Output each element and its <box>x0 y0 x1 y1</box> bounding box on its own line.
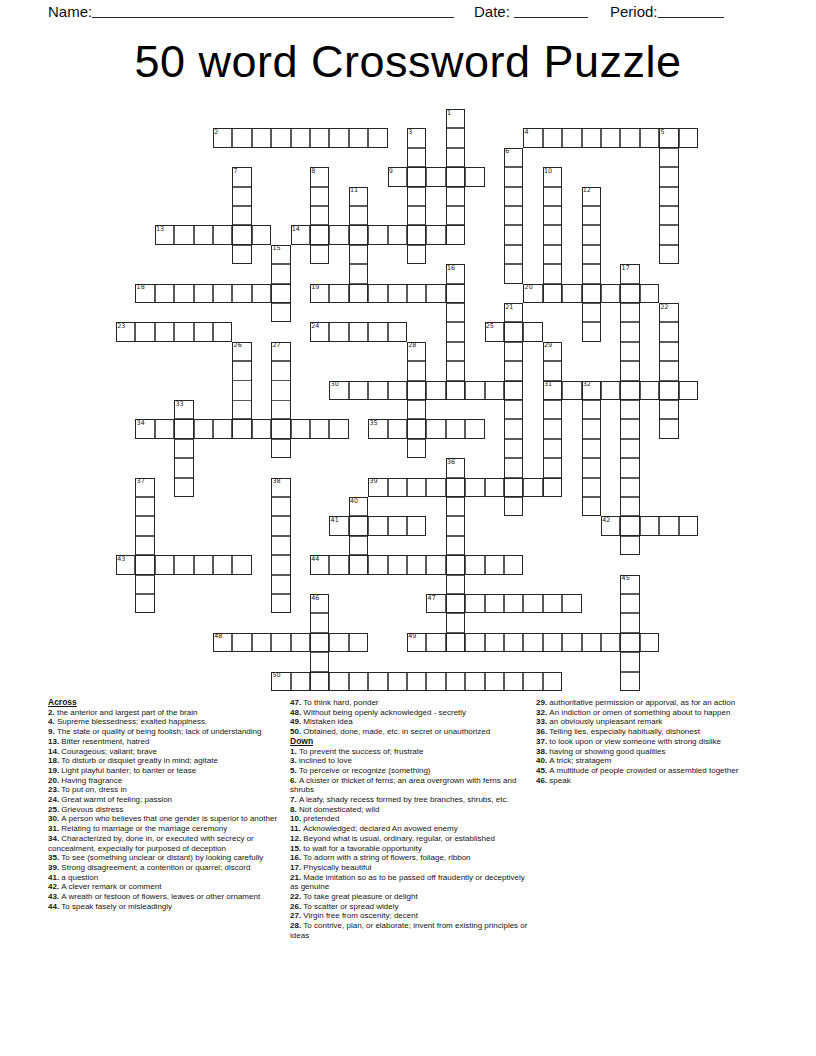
grid-cell-r21c29[interactable] <box>679 516 698 535</box>
grid-cell-r1c27[interactable] <box>640 128 659 147</box>
grid-cell-r18c26[interactable] <box>620 458 639 477</box>
grid-cell-r17c26[interactable] <box>620 439 639 458</box>
grid-cell-r21c26[interactable] <box>620 516 639 535</box>
grid-cell-r9c27[interactable] <box>640 284 659 303</box>
grid-cell-r16c5[interactable] <box>213 419 232 438</box>
grid-cell-r15c8[interactable] <box>271 400 290 419</box>
grid-cell-r9c22[interactable] <box>543 284 562 303</box>
grid-cell-r1c10[interactable] <box>310 128 329 147</box>
grid-cell-r22c8[interactable] <box>271 536 290 555</box>
grid-cell-r27c19[interactable] <box>485 633 504 652</box>
grid-cell-r21c28[interactable] <box>659 516 678 535</box>
grid-cell-r9c25[interactable] <box>601 284 620 303</box>
grid-cell-r19c20[interactable] <box>504 478 523 497</box>
grid-cell-r1c26[interactable] <box>620 128 639 147</box>
grid-cell-r19c22[interactable] <box>543 478 562 497</box>
grid-cell-r27c11[interactable] <box>329 633 348 652</box>
grid-cell-r27c10[interactable] <box>310 633 329 652</box>
grid-cell-r12c8[interactable] <box>271 342 290 361</box>
grid-cell-r20c12[interactable] <box>349 497 368 516</box>
grid-cell-r1c24[interactable] <box>582 128 601 147</box>
grid-cell-r20c26[interactable] <box>620 497 639 516</box>
grid-cell-r23c10[interactable] <box>310 555 329 574</box>
grid-cell-r21c12[interactable] <box>349 516 368 535</box>
grid-cell-r8c17[interactable] <box>446 264 465 283</box>
grid-cell-r14c15[interactable] <box>407 381 426 400</box>
grid-cell-r16c7[interactable] <box>252 419 271 438</box>
grid-cell-r7c8[interactable] <box>271 245 290 264</box>
grid-cell-r7c24[interactable] <box>582 245 601 264</box>
grid-cell-r8c20[interactable] <box>504 264 523 283</box>
grid-cell-r22c1[interactable] <box>135 536 154 555</box>
grid-cell-r7c15[interactable] <box>407 245 426 264</box>
grid-cell-r29c8[interactable] <box>271 672 290 691</box>
grid-cell-r9c11[interactable] <box>329 284 348 303</box>
grid-cell-r11c5[interactable] <box>213 322 232 341</box>
grid-cell-r2c15[interactable] <box>407 148 426 167</box>
grid-cell-r27c8[interactable] <box>271 633 290 652</box>
grid-cell-r12c22[interactable] <box>543 342 562 361</box>
grid-cell-r15c20[interactable] <box>504 400 523 419</box>
grid-cell-r14c23[interactable] <box>562 381 581 400</box>
grid-cell-r6c2[interactable] <box>155 225 174 244</box>
grid-cell-r24c8[interactable] <box>271 575 290 594</box>
grid-cell-r9c24[interactable] <box>582 284 601 303</box>
grid-cell-r12c15[interactable] <box>407 342 426 361</box>
grid-cell-r6c7[interactable] <box>252 225 271 244</box>
grid-cell-r7c22[interactable] <box>543 245 562 264</box>
grid-cell-r6c14[interactable] <box>388 225 407 244</box>
grid-cell-r27c20[interactable] <box>504 633 523 652</box>
grid-cell-r6c24[interactable] <box>582 225 601 244</box>
grid-cell-r19c1[interactable] <box>135 478 154 497</box>
grid-cell-r29c12[interactable] <box>349 672 368 691</box>
grid-cell-r4c22[interactable] <box>543 187 562 206</box>
grid-cell-r20c1[interactable] <box>135 497 154 516</box>
grid-cell-r23c5[interactable] <box>213 555 232 574</box>
grid-cell-r9c10[interactable] <box>310 284 329 303</box>
grid-cell-r1c6[interactable] <box>232 128 251 147</box>
grid-cell-r14c22[interactable] <box>543 381 562 400</box>
grid-cell-r1c11[interactable] <box>329 128 348 147</box>
grid-cell-r6c28[interactable] <box>659 225 678 244</box>
grid-cell-r3c10[interactable] <box>310 167 329 186</box>
grid-cell-r13c6[interactable] <box>232 361 251 380</box>
grid-cell-r22c26[interactable] <box>620 536 639 555</box>
grid-cell-r29c21[interactable] <box>523 672 542 691</box>
date-blank-line[interactable] <box>514 17 588 18</box>
grid-cell-r14c24[interactable] <box>582 381 601 400</box>
grid-cell-r24c1[interactable] <box>135 575 154 594</box>
grid-cell-r19c3[interactable] <box>174 478 193 497</box>
grid-cell-r21c14[interactable] <box>388 516 407 535</box>
grid-cell-r7c28[interactable] <box>659 245 678 264</box>
grid-cell-r14c25[interactable] <box>601 381 620 400</box>
grid-cell-r27c16[interactable] <box>426 633 445 652</box>
grid-cell-r11c3[interactable] <box>174 322 193 341</box>
grid-cell-r26c26[interactable] <box>620 613 639 632</box>
grid-cell-r21c25[interactable] <box>601 516 620 535</box>
grid-cell-r16c2[interactable] <box>155 419 174 438</box>
grid-cell-r16c4[interactable] <box>194 419 213 438</box>
grid-cell-r7c20[interactable] <box>504 245 523 264</box>
grid-cell-r11c11[interactable] <box>329 322 348 341</box>
grid-cell-r14c27[interactable] <box>640 381 659 400</box>
grid-cell-r12c17[interactable] <box>446 342 465 361</box>
grid-cell-r5c12[interactable] <box>349 206 368 225</box>
grid-cell-r27c27[interactable] <box>640 633 659 652</box>
grid-cell-r27c22[interactable] <box>543 633 562 652</box>
grid-cell-r6c16[interactable] <box>426 225 445 244</box>
grid-cell-r17c3[interactable] <box>174 439 193 458</box>
grid-cell-r1c7[interactable] <box>252 128 271 147</box>
grid-cell-r13c20[interactable] <box>504 361 523 380</box>
grid-cell-r5c24[interactable] <box>582 206 601 225</box>
grid-cell-r3c6[interactable] <box>232 167 251 186</box>
grid-cell-r4c12[interactable] <box>349 187 368 206</box>
grid-cell-r11c19[interactable] <box>485 322 504 341</box>
grid-cell-r11c12[interactable] <box>349 322 368 341</box>
grid-cell-r26c10[interactable] <box>310 613 329 632</box>
grid-cell-r25c26[interactable] <box>620 594 639 613</box>
grid-cell-r9c2[interactable] <box>155 284 174 303</box>
grid-cell-r3c28[interactable] <box>659 167 678 186</box>
grid-cell-r9c16[interactable] <box>426 284 445 303</box>
grid-cell-r1c22[interactable] <box>543 128 562 147</box>
grid-cell-r13c22[interactable] <box>543 361 562 380</box>
grid-cell-r25c18[interactable] <box>465 594 484 613</box>
grid-cell-r2c28[interactable] <box>659 148 678 167</box>
grid-cell-r3c14[interactable] <box>388 167 407 186</box>
grid-cell-r19c8[interactable] <box>271 478 290 497</box>
grid-cell-r1c8[interactable] <box>271 128 290 147</box>
grid-cell-r6c12[interactable] <box>349 225 368 244</box>
grid-cell-r4c20[interactable] <box>504 187 523 206</box>
grid-cell-r9c8[interactable] <box>271 284 290 303</box>
grid-cell-r10c20[interactable] <box>504 303 523 322</box>
grid-cell-r3c20[interactable] <box>504 167 523 186</box>
grid-cell-r16c1[interactable] <box>135 419 154 438</box>
grid-cell-r7c12[interactable] <box>349 245 368 264</box>
grid-cell-r29c18[interactable] <box>465 672 484 691</box>
grid-cell-r8c26[interactable] <box>620 264 639 283</box>
grid-cell-r23c8[interactable] <box>271 555 290 574</box>
grid-cell-r12c20[interactable] <box>504 342 523 361</box>
grid-cell-r1c25[interactable] <box>601 128 620 147</box>
grid-cell-r20c8[interactable] <box>271 497 290 516</box>
grid-cell-r3c15[interactable] <box>407 167 426 186</box>
grid-cell-r15c15[interactable] <box>407 400 426 419</box>
grid-cell-r14c19[interactable] <box>485 381 504 400</box>
period-blank-line[interactable] <box>658 17 724 18</box>
grid-cell-r25c22[interactable] <box>543 594 562 613</box>
grid-cell-r24c26[interactable] <box>620 575 639 594</box>
grid-cell-r19c26[interactable] <box>620 478 639 497</box>
grid-cell-r23c20[interactable] <box>504 555 523 574</box>
grid-cell-r25c19[interactable] <box>485 594 504 613</box>
grid-cell-r1c17[interactable] <box>446 128 465 147</box>
grid-cell-r29c15[interactable] <box>407 672 426 691</box>
grid-cell-r6c20[interactable] <box>504 225 523 244</box>
grid-cell-r1c9[interactable] <box>291 128 310 147</box>
grid-cell-r1c21[interactable] <box>523 128 542 147</box>
grid-cell-r23c13[interactable] <box>368 555 387 574</box>
grid-cell-r27c15[interactable] <box>407 633 426 652</box>
grid-cell-r18c3[interactable] <box>174 458 193 477</box>
grid-cell-r11c17[interactable] <box>446 322 465 341</box>
grid-cell-r25c20[interactable] <box>504 594 523 613</box>
grid-cell-r13c8[interactable] <box>271 361 290 380</box>
grid-cell-r23c14[interactable] <box>388 555 407 574</box>
grid-cell-r5c28[interactable] <box>659 206 678 225</box>
grid-cell-r16c3[interactable] <box>174 419 193 438</box>
grid-cell-r22c17[interactable] <box>446 536 465 555</box>
grid-cell-r23c18[interactable] <box>465 555 484 574</box>
grid-cell-r13c17[interactable] <box>446 361 465 380</box>
grid-cell-r18c17[interactable] <box>446 458 465 477</box>
grid-cell-r16c9[interactable] <box>291 419 310 438</box>
grid-cell-r7c10[interactable] <box>310 245 329 264</box>
grid-cell-r13c26[interactable] <box>620 361 639 380</box>
grid-cell-r14c14[interactable] <box>388 381 407 400</box>
grid-cell-r19c24[interactable] <box>582 478 601 497</box>
grid-cell-r19c14[interactable] <box>388 478 407 497</box>
grid-cell-r19c17[interactable] <box>446 478 465 497</box>
grid-cell-r23c12[interactable] <box>349 555 368 574</box>
grid-cell-r13c28[interactable] <box>659 361 678 380</box>
grid-cell-r10c26[interactable] <box>620 303 639 322</box>
grid-cell-r21c1[interactable] <box>135 516 154 535</box>
grid-cell-r14c16[interactable] <box>426 381 445 400</box>
grid-cell-r9c1[interactable] <box>135 284 154 303</box>
grid-cell-r19c13[interactable] <box>368 478 387 497</box>
grid-cell-r4c24[interactable] <box>582 187 601 206</box>
grid-cell-r11c28[interactable] <box>659 322 678 341</box>
grid-cell-r1c12[interactable] <box>349 128 368 147</box>
grid-cell-r9c14[interactable] <box>388 284 407 303</box>
grid-cell-r16c26[interactable] <box>620 419 639 438</box>
grid-cell-r14c13[interactable] <box>368 381 387 400</box>
grid-cell-r19c16[interactable] <box>426 478 445 497</box>
grid-cell-r24c17[interactable] <box>446 575 465 594</box>
grid-cell-r9c5[interactable] <box>213 284 232 303</box>
grid-cell-r29c11[interactable] <box>329 672 348 691</box>
grid-cell-r29c16[interactable] <box>426 672 445 691</box>
grid-cell-r9c13[interactable] <box>368 284 387 303</box>
grid-cell-r12c28[interactable] <box>659 342 678 361</box>
grid-cell-r27c24[interactable] <box>582 633 601 652</box>
grid-cell-r11c0[interactable] <box>116 322 135 341</box>
grid-cell-r23c6[interactable] <box>232 555 251 574</box>
grid-cell-r20c24[interactable] <box>582 497 601 516</box>
grid-cell-r21c15[interactable] <box>407 516 426 535</box>
grid-cell-r9c4[interactable] <box>194 284 213 303</box>
grid-cell-r6c22[interactable] <box>543 225 562 244</box>
grid-cell-r4c15[interactable] <box>407 187 426 206</box>
grid-cell-r21c17[interactable] <box>446 516 465 535</box>
grid-cell-r1c28[interactable] <box>659 128 678 147</box>
grid-cell-r29c9[interactable] <box>291 672 310 691</box>
grid-cell-r3c22[interactable] <box>543 167 562 186</box>
grid-cell-r9c15[interactable] <box>407 284 426 303</box>
grid-cell-r27c5[interactable] <box>213 633 232 652</box>
grid-cell-r6c10[interactable] <box>310 225 329 244</box>
grid-cell-r8c22[interactable] <box>543 264 562 283</box>
grid-cell-r29c14[interactable] <box>388 672 407 691</box>
grid-cell-r11c26[interactable] <box>620 322 639 341</box>
grid-cell-r16c11[interactable] <box>329 419 348 438</box>
grid-cell-r16c8[interactable] <box>271 419 290 438</box>
grid-cell-r1c15[interactable] <box>407 128 426 147</box>
grid-cell-r8c24[interactable] <box>582 264 601 283</box>
grid-cell-r29c13[interactable] <box>368 672 387 691</box>
grid-cell-r2c17[interactable] <box>446 148 465 167</box>
grid-cell-r25c1[interactable] <box>135 594 154 613</box>
grid-cell-r29c22[interactable] <box>543 672 562 691</box>
grid-cell-r15c28[interactable] <box>659 400 678 419</box>
grid-cell-r5c17[interactable] <box>446 206 465 225</box>
grid-cell-r11c2[interactable] <box>155 322 174 341</box>
grid-cell-r11c10[interactable] <box>310 322 329 341</box>
grid-cell-r15c6[interactable] <box>232 400 251 419</box>
grid-cell-r25c17[interactable] <box>446 594 465 613</box>
grid-cell-r23c15[interactable] <box>407 555 426 574</box>
grid-cell-r6c6[interactable] <box>232 225 251 244</box>
grid-cell-r6c5[interactable] <box>213 225 232 244</box>
grid-cell-r27c26[interactable] <box>620 633 639 652</box>
grid-cell-r7c6[interactable] <box>232 245 251 264</box>
grid-cell-r21c11[interactable] <box>329 516 348 535</box>
grid-cell-r18c20[interactable] <box>504 458 523 477</box>
grid-cell-r15c22[interactable] <box>543 400 562 419</box>
grid-cell-r1c13[interactable] <box>368 128 387 147</box>
grid-cell-r6c9[interactable] <box>291 225 310 244</box>
grid-cell-r2c20[interactable] <box>504 148 523 167</box>
grid-cell-r5c22[interactable] <box>543 206 562 225</box>
grid-cell-r28c10[interactable] <box>310 652 329 671</box>
grid-cell-r18c22[interactable] <box>543 458 562 477</box>
grid-cell-r1c29[interactable] <box>679 128 698 147</box>
grid-cell-r3c18[interactable] <box>465 167 484 186</box>
grid-cell-r21c13[interactable] <box>368 516 387 535</box>
grid-cell-r12c6[interactable] <box>232 342 251 361</box>
grid-cell-r16c20[interactable] <box>504 419 523 438</box>
grid-cell-r27c9[interactable] <box>291 633 310 652</box>
grid-cell-r14c28[interactable] <box>659 381 678 400</box>
grid-cell-r6c13[interactable] <box>368 225 387 244</box>
grid-cell-r19c19[interactable] <box>485 478 504 497</box>
grid-cell-r16c14[interactable] <box>388 419 407 438</box>
grid-cell-r4c10[interactable] <box>310 187 329 206</box>
grid-cell-r21c27[interactable] <box>640 516 659 535</box>
grid-cell-r23c3[interactable] <box>174 555 193 574</box>
grid-cell-r29c10[interactable] <box>310 672 329 691</box>
grid-cell-r11c20[interactable] <box>504 322 523 341</box>
grid-cell-r23c2[interactable] <box>155 555 174 574</box>
grid-cell-r29c19[interactable] <box>485 672 504 691</box>
grid-cell-r27c12[interactable] <box>349 633 368 652</box>
grid-cell-r21c8[interactable] <box>271 516 290 535</box>
grid-cell-r27c6[interactable] <box>232 633 251 652</box>
grid-cell-r3c16[interactable] <box>426 167 445 186</box>
grid-cell-r16c24[interactable] <box>582 419 601 438</box>
grid-cell-r5c10[interactable] <box>310 206 329 225</box>
grid-cell-r9c6[interactable] <box>232 284 251 303</box>
name-blank-line[interactable] <box>92 17 454 18</box>
grid-cell-r17c20[interactable] <box>504 439 523 458</box>
grid-cell-r10c28[interactable] <box>659 303 678 322</box>
grid-cell-r25c8[interactable] <box>271 594 290 613</box>
grid-cell-r14c20[interactable] <box>504 381 523 400</box>
grid-cell-r13c15[interactable] <box>407 361 426 380</box>
grid-cell-r9c12[interactable] <box>349 284 368 303</box>
grid-cell-r8c8[interactable] <box>271 264 290 283</box>
grid-cell-r12c26[interactable] <box>620 342 639 361</box>
grid-cell-r5c6[interactable] <box>232 206 251 225</box>
grid-cell-r11c4[interactable] <box>194 322 213 341</box>
grid-cell-r0c17[interactable] <box>446 109 465 128</box>
grid-cell-r28c26[interactable] <box>620 652 639 671</box>
grid-cell-r14c29[interactable] <box>679 381 698 400</box>
grid-cell-r27c17[interactable] <box>446 633 465 652</box>
grid-cell-r17c15[interactable] <box>407 439 426 458</box>
grid-cell-r17c22[interactable] <box>543 439 562 458</box>
grid-cell-r27c18[interactable] <box>465 633 484 652</box>
grid-cell-r17c8[interactable] <box>271 439 290 458</box>
grid-cell-r16c15[interactable] <box>407 419 426 438</box>
grid-cell-r23c4[interactable] <box>194 555 213 574</box>
grid-cell-r25c16[interactable] <box>426 594 445 613</box>
grid-cell-r19c18[interactable] <box>465 478 484 497</box>
grid-cell-r14c26[interactable] <box>620 381 639 400</box>
grid-cell-r10c8[interactable] <box>271 303 290 322</box>
grid-cell-r6c11[interactable] <box>329 225 348 244</box>
grid-cell-r27c23[interactable] <box>562 633 581 652</box>
grid-cell-r10c24[interactable] <box>582 303 601 322</box>
grid-cell-r16c16[interactable] <box>426 419 445 438</box>
grid-cell-r20c17[interactable] <box>446 497 465 516</box>
grid-cell-r8c12[interactable] <box>349 264 368 283</box>
grid-cell-r26c17[interactable] <box>446 613 465 632</box>
grid-cell-r19c21[interactable] <box>523 478 542 497</box>
grid-cell-r17c24[interactable] <box>582 439 601 458</box>
grid-cell-r16c18[interactable] <box>465 419 484 438</box>
grid-cell-r4c28[interactable] <box>659 187 678 206</box>
grid-cell-r11c1[interactable] <box>135 322 154 341</box>
grid-cell-r15c3[interactable] <box>174 400 193 419</box>
grid-cell-r4c6[interactable] <box>232 187 251 206</box>
grid-cell-r9c7[interactable] <box>252 284 271 303</box>
grid-cell-r9c21[interactable] <box>523 284 542 303</box>
grid-cell-r16c28[interactable] <box>659 419 678 438</box>
grid-cell-r25c23[interactable] <box>562 594 581 613</box>
grid-cell-r23c16[interactable] <box>426 555 445 574</box>
grid-cell-r23c0[interactable] <box>116 555 135 574</box>
grid-cell-r16c10[interactable] <box>310 419 329 438</box>
grid-cell-r16c6[interactable] <box>232 419 251 438</box>
grid-cell-r9c3[interactable] <box>174 284 193 303</box>
grid-cell-r23c11[interactable] <box>329 555 348 574</box>
grid-cell-r5c15[interactable] <box>407 206 426 225</box>
grid-cell-r29c17[interactable] <box>446 672 465 691</box>
grid-cell-r16c17[interactable] <box>446 419 465 438</box>
grid-cell-r16c22[interactable] <box>543 419 562 438</box>
grid-cell-r22c12[interactable] <box>349 536 368 555</box>
grid-cell-r6c15[interactable] <box>407 225 426 244</box>
grid-cell-r9c26[interactable] <box>620 284 639 303</box>
grid-cell-r14c12[interactable] <box>349 381 368 400</box>
grid-cell-r20c20[interactable] <box>504 497 523 516</box>
